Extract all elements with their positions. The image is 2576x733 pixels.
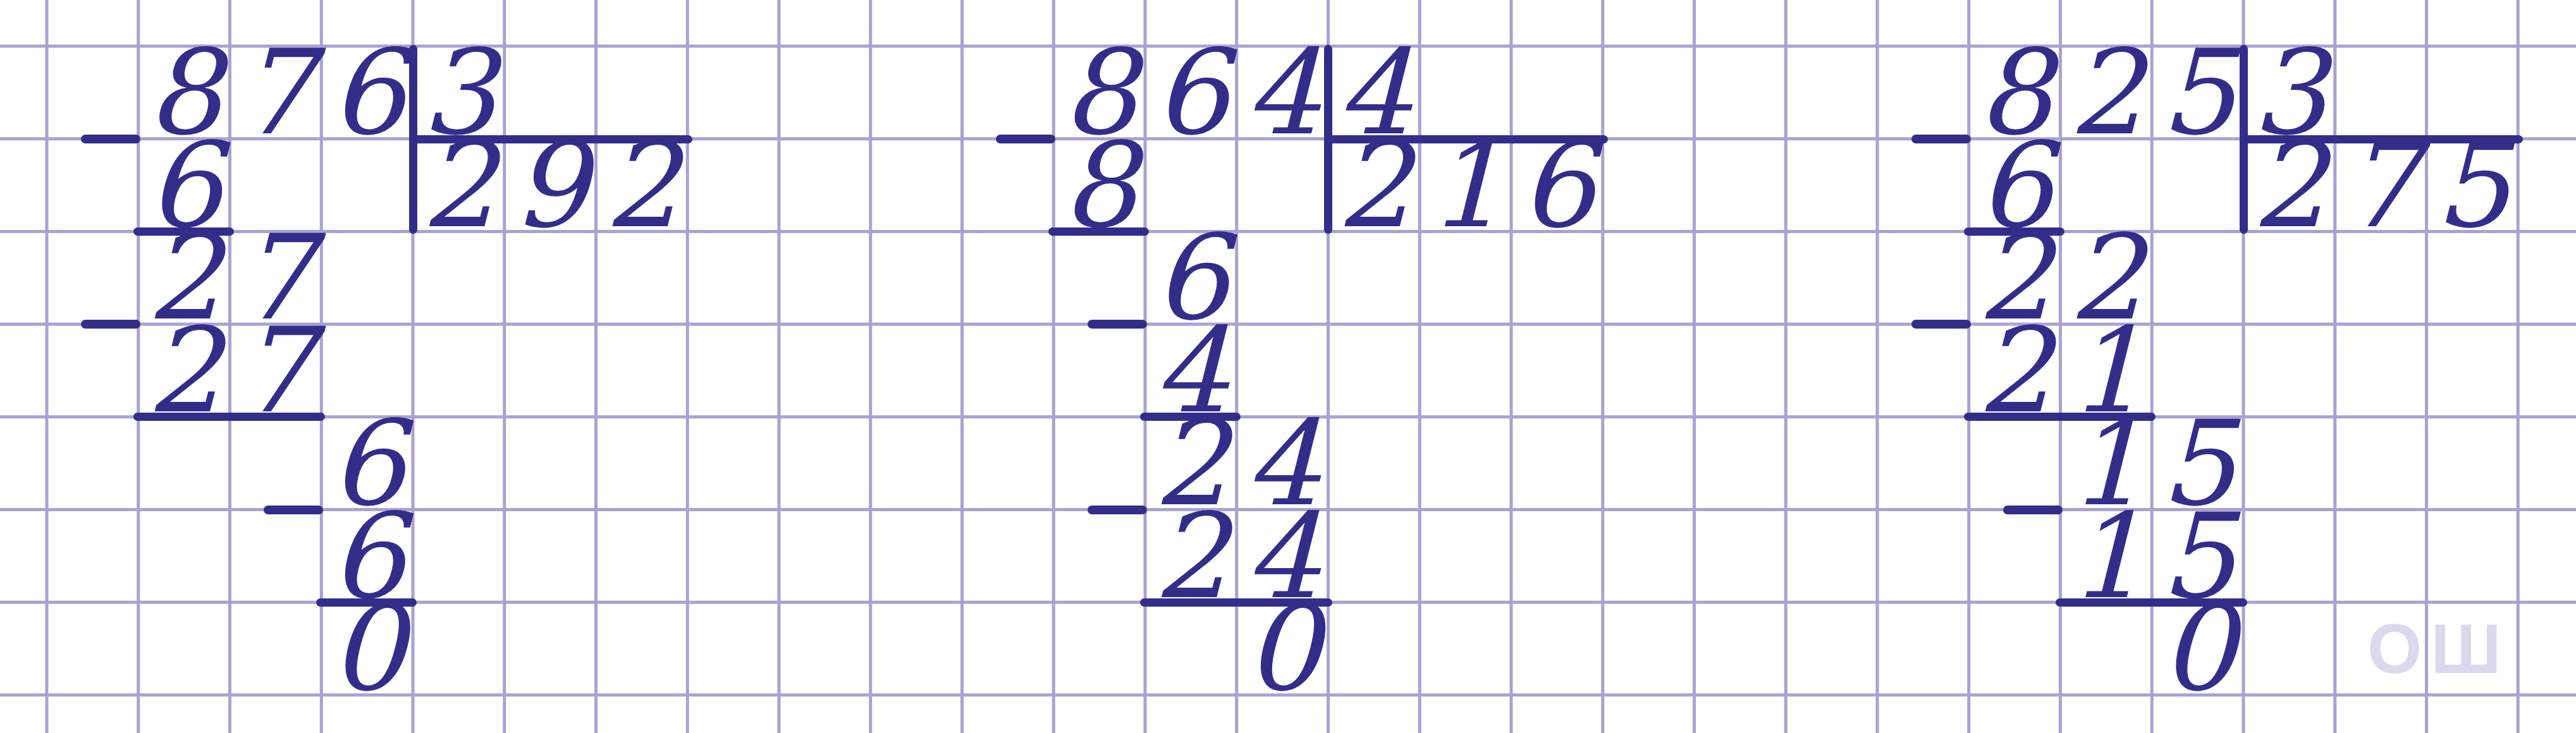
p1-digit: 2 (138, 324, 230, 417)
p3-digit: 1 (2061, 324, 2152, 417)
p2-digit: 1 (1420, 139, 1511, 232)
p3-minus-sign (1911, 320, 1971, 329)
p1-underline (316, 598, 417, 607)
p2-digit: 2 (1328, 139, 1420, 232)
p3-digit: 2 (2243, 139, 2335, 232)
p1-quotient-line (409, 135, 692, 143)
p2-minus-sign (1088, 506, 1147, 514)
p2-digit: 8 (1053, 139, 1145, 232)
p3-underline (1964, 227, 2064, 236)
p2-underline (1140, 598, 1332, 607)
p2-digit: 6 (1511, 139, 1603, 232)
p3-underline (2056, 598, 2248, 607)
p3-underline (1964, 413, 2156, 421)
p2-digit: 6 (1145, 231, 1237, 324)
p1-minus-sign (81, 135, 140, 143)
p1-digit: 7 (230, 231, 322, 324)
p1-digit: 2 (413, 139, 505, 232)
p2-quotient-line (1325, 135, 1608, 143)
p2-digit: 8 (1053, 46, 1145, 139)
p3-minus-sign (2003, 506, 2063, 514)
p1-digit: 2 (138, 231, 230, 324)
p1-digit: 2 (596, 139, 688, 232)
p3-digit: 5 (2427, 139, 2518, 232)
p1-digit: 6 (321, 510, 413, 603)
p3-digit: 7 (2335, 139, 2427, 232)
p3-digit: 5 (2152, 46, 2243, 139)
p1-digit: 3 (413, 46, 505, 139)
p2-digit: 2 (1145, 417, 1237, 510)
p3-digit: 8 (1969, 46, 2061, 139)
p3-digit: 5 (2152, 510, 2243, 603)
p2-minus-sign (996, 135, 1055, 143)
p1-underline (133, 227, 234, 236)
p1-digit: 6 (321, 46, 413, 139)
p1-digit: 6 (321, 417, 413, 510)
p3-digit: 3 (2243, 46, 2335, 139)
squared-paper-worksheet: ОШ 8763629227276608644821664242408253627… (0, 0, 2576, 733)
p3-digit: 2 (2061, 231, 2152, 324)
p3-digit: 6 (1969, 139, 2061, 232)
p2-underline (1048, 227, 1149, 236)
p3-digit: 5 (2152, 417, 2243, 510)
p2-digit: 6 (1145, 46, 1237, 139)
p3-quotient-line (2240, 135, 2523, 143)
p1-digit: 9 (505, 139, 596, 232)
p1-minus-sign (264, 506, 323, 514)
p3-minus-sign (1911, 135, 1971, 143)
p1-digit: 7 (230, 46, 322, 139)
p1-digit: 0 (321, 602, 413, 695)
p2-underline (1140, 413, 1241, 421)
p2-digit: 4 (1145, 324, 1237, 417)
p3-digit: 2 (1969, 324, 2061, 417)
p3-digit: 1 (2061, 417, 2152, 510)
p3-digit: 1 (2061, 510, 2152, 603)
p1-minus-sign (81, 320, 140, 329)
p2-digit: 4 (1237, 510, 1328, 603)
p3-digit: 2 (2061, 46, 2152, 139)
p1-digit: 8 (138, 46, 230, 139)
p1-digit: 6 (138, 139, 230, 232)
p2-digit: 0 (1237, 602, 1328, 695)
p2-minus-sign (1088, 320, 1147, 329)
p2-digit: 2 (1145, 510, 1237, 603)
p1-underline (133, 413, 326, 421)
watermark-logo: ОШ (2367, 614, 2510, 684)
p3-digit: 0 (2152, 602, 2243, 695)
p3-digit: 2 (1969, 231, 2061, 324)
p2-digit: 4 (1237, 417, 1328, 510)
p2-digit: 4 (1237, 46, 1328, 139)
p1-digit: 7 (230, 324, 322, 417)
p2-digit: 4 (1328, 46, 1420, 139)
